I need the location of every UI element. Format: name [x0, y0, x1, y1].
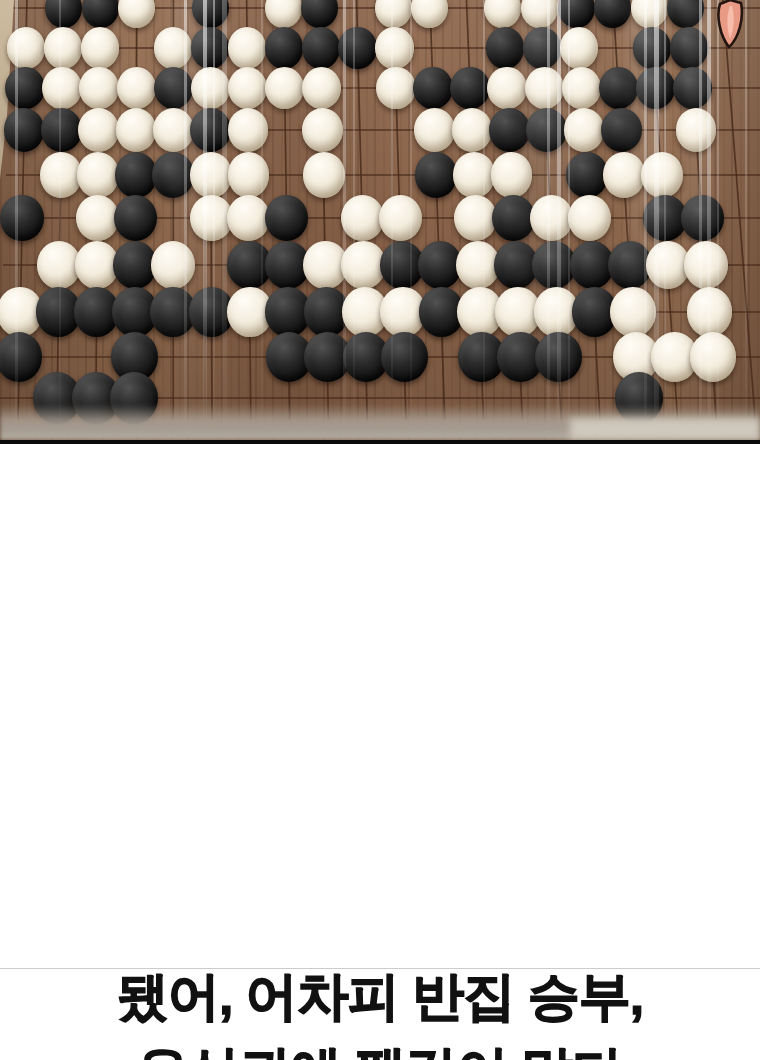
white-stone: ●	[525, 67, 564, 110]
white-stone: ●	[564, 108, 605, 152]
black-stone: ●	[670, 27, 708, 68]
white-stone: ●	[376, 67, 415, 110]
white-stone: ●	[81, 27, 119, 68]
black-stone: ●	[115, 152, 157, 197]
white-stone: ●	[44, 27, 82, 68]
black-stone: ●	[192, 0, 229, 28]
white-stone: ●	[42, 67, 81, 110]
black-stone: ●	[523, 27, 561, 68]
go-board-panel: ●●●●●●●●●●●●●●●●●●●●●●●●●●●●●●●●●●●●●●●●…	[0, 0, 760, 444]
black-stone: ●	[526, 108, 567, 152]
white-stone: ●	[690, 332, 737, 383]
black-stone: ●	[191, 27, 229, 68]
white-stone: ●	[631, 0, 668, 28]
black-stone: ●	[154, 67, 193, 110]
white-stone: ●	[375, 0, 412, 28]
white-stone: ●	[521, 0, 558, 28]
dialogue-line-2: 우상귀에 팻감이 많다	[0, 1036, 760, 1060]
black-stone: ●	[381, 332, 428, 383]
white-stone: ●	[453, 152, 495, 197]
white-stone: ●	[303, 152, 345, 197]
white-stone: ●	[153, 108, 194, 152]
black-stone: ●	[633, 27, 671, 68]
white-stone: ●	[76, 195, 119, 242]
black-stone: ●	[558, 0, 595, 28]
black-stone: ●	[265, 195, 308, 242]
white-stone: ●	[375, 27, 413, 68]
stones-layer: ●●●●●●●●●●●●●●●●●●●●●●●●●●●●●●●●●●●●●●●●…	[0, 0, 760, 440]
white-stone: ●	[154, 27, 192, 68]
black-stone: ●	[450, 67, 489, 110]
black-stone: ●	[5, 67, 44, 110]
white-stone: ●	[118, 0, 155, 28]
black-stone: ●	[41, 108, 82, 152]
white-stone: ●	[341, 195, 384, 242]
white-stone: ●	[687, 287, 733, 336]
black-stone: ●	[636, 67, 675, 110]
white-stone: ●	[530, 195, 573, 242]
black-stone: ●	[265, 27, 303, 68]
white-stone: ●	[77, 152, 119, 197]
webtoon-panel: ●●●●●●●●●●●●●●●●●●●●●●●●●●●●●●●●●●●●●●●●…	[0, 0, 760, 1060]
black-stone: ●	[301, 0, 338, 28]
white-stone: ●	[302, 67, 341, 110]
white-stone: ●	[191, 67, 230, 110]
white-stone: ●	[379, 195, 422, 242]
black-stone: ●	[681, 195, 724, 242]
black-stone: ●	[338, 27, 376, 68]
white-stone: ●	[491, 152, 533, 197]
white-stone: ●	[302, 108, 343, 152]
white-stone: ●	[79, 67, 118, 110]
black-stone: ●	[599, 67, 638, 110]
white-stone: ●	[228, 152, 270, 197]
white-stone: ●	[7, 27, 45, 68]
black-stone: ●	[486, 27, 524, 68]
black-stone: ●	[594, 0, 631, 28]
foreground-blur-strip	[0, 404, 760, 440]
white-stone: ●	[454, 195, 497, 242]
black-stone: ●	[415, 152, 457, 197]
black-stone: ●	[535, 332, 582, 383]
white-stone: ●	[151, 241, 195, 289]
white-stone: ●	[228, 67, 267, 110]
black-stone: ●	[667, 0, 704, 28]
corner-flame-icon	[708, 0, 752, 52]
white-stone: ●	[190, 152, 232, 197]
white-stone: ●	[603, 152, 645, 197]
black-stone: ●	[673, 67, 712, 110]
white-stone: ●	[610, 287, 656, 336]
black-stone: ●	[566, 152, 608, 197]
black-stone: ●	[152, 152, 194, 197]
divider-line	[0, 968, 760, 969]
black-stone: ●	[45, 0, 82, 28]
white-stone: ●	[414, 108, 455, 152]
black-stone: ●	[82, 0, 119, 28]
black-stone: ●	[643, 195, 686, 242]
white-stone: ●	[40, 152, 82, 197]
black-stone: ●	[302, 27, 340, 68]
white-stone: ●	[190, 195, 233, 242]
white-stone: ●	[117, 67, 156, 110]
white-stone: ●	[228, 27, 266, 68]
white-stone: ●	[484, 0, 521, 28]
white-stone: ●	[560, 27, 598, 68]
white-stone: ●	[265, 0, 302, 28]
white-stone: ●	[227, 195, 270, 242]
black-stone: ●	[489, 108, 530, 152]
black-stone: ●	[413, 67, 452, 110]
white-stone: ●	[641, 152, 683, 197]
black-stone: ●	[4, 108, 45, 152]
black-stone: ●	[0, 332, 42, 383]
dialogue-line-1: 됐어, 어차피 반집 승부,	[0, 962, 760, 1032]
black-stone: ●	[190, 108, 231, 152]
white-stone: ●	[676, 108, 717, 152]
white-stone: ●	[116, 108, 157, 152]
black-stone: ●	[601, 108, 642, 152]
white-stone: ●	[228, 108, 269, 152]
white-stone: ●	[684, 241, 728, 289]
white-stone: ●	[411, 0, 448, 28]
white-stone: ●	[452, 108, 493, 152]
white-stone: ●	[568, 195, 611, 242]
white-stone: ●	[265, 67, 304, 110]
white-stone: ●	[78, 108, 119, 152]
black-stone: ●	[0, 195, 43, 242]
black-stone: ●	[492, 195, 535, 242]
white-stone: ●	[562, 67, 601, 110]
white-stone: ●	[487, 67, 526, 110]
black-stone: ●	[114, 195, 157, 242]
